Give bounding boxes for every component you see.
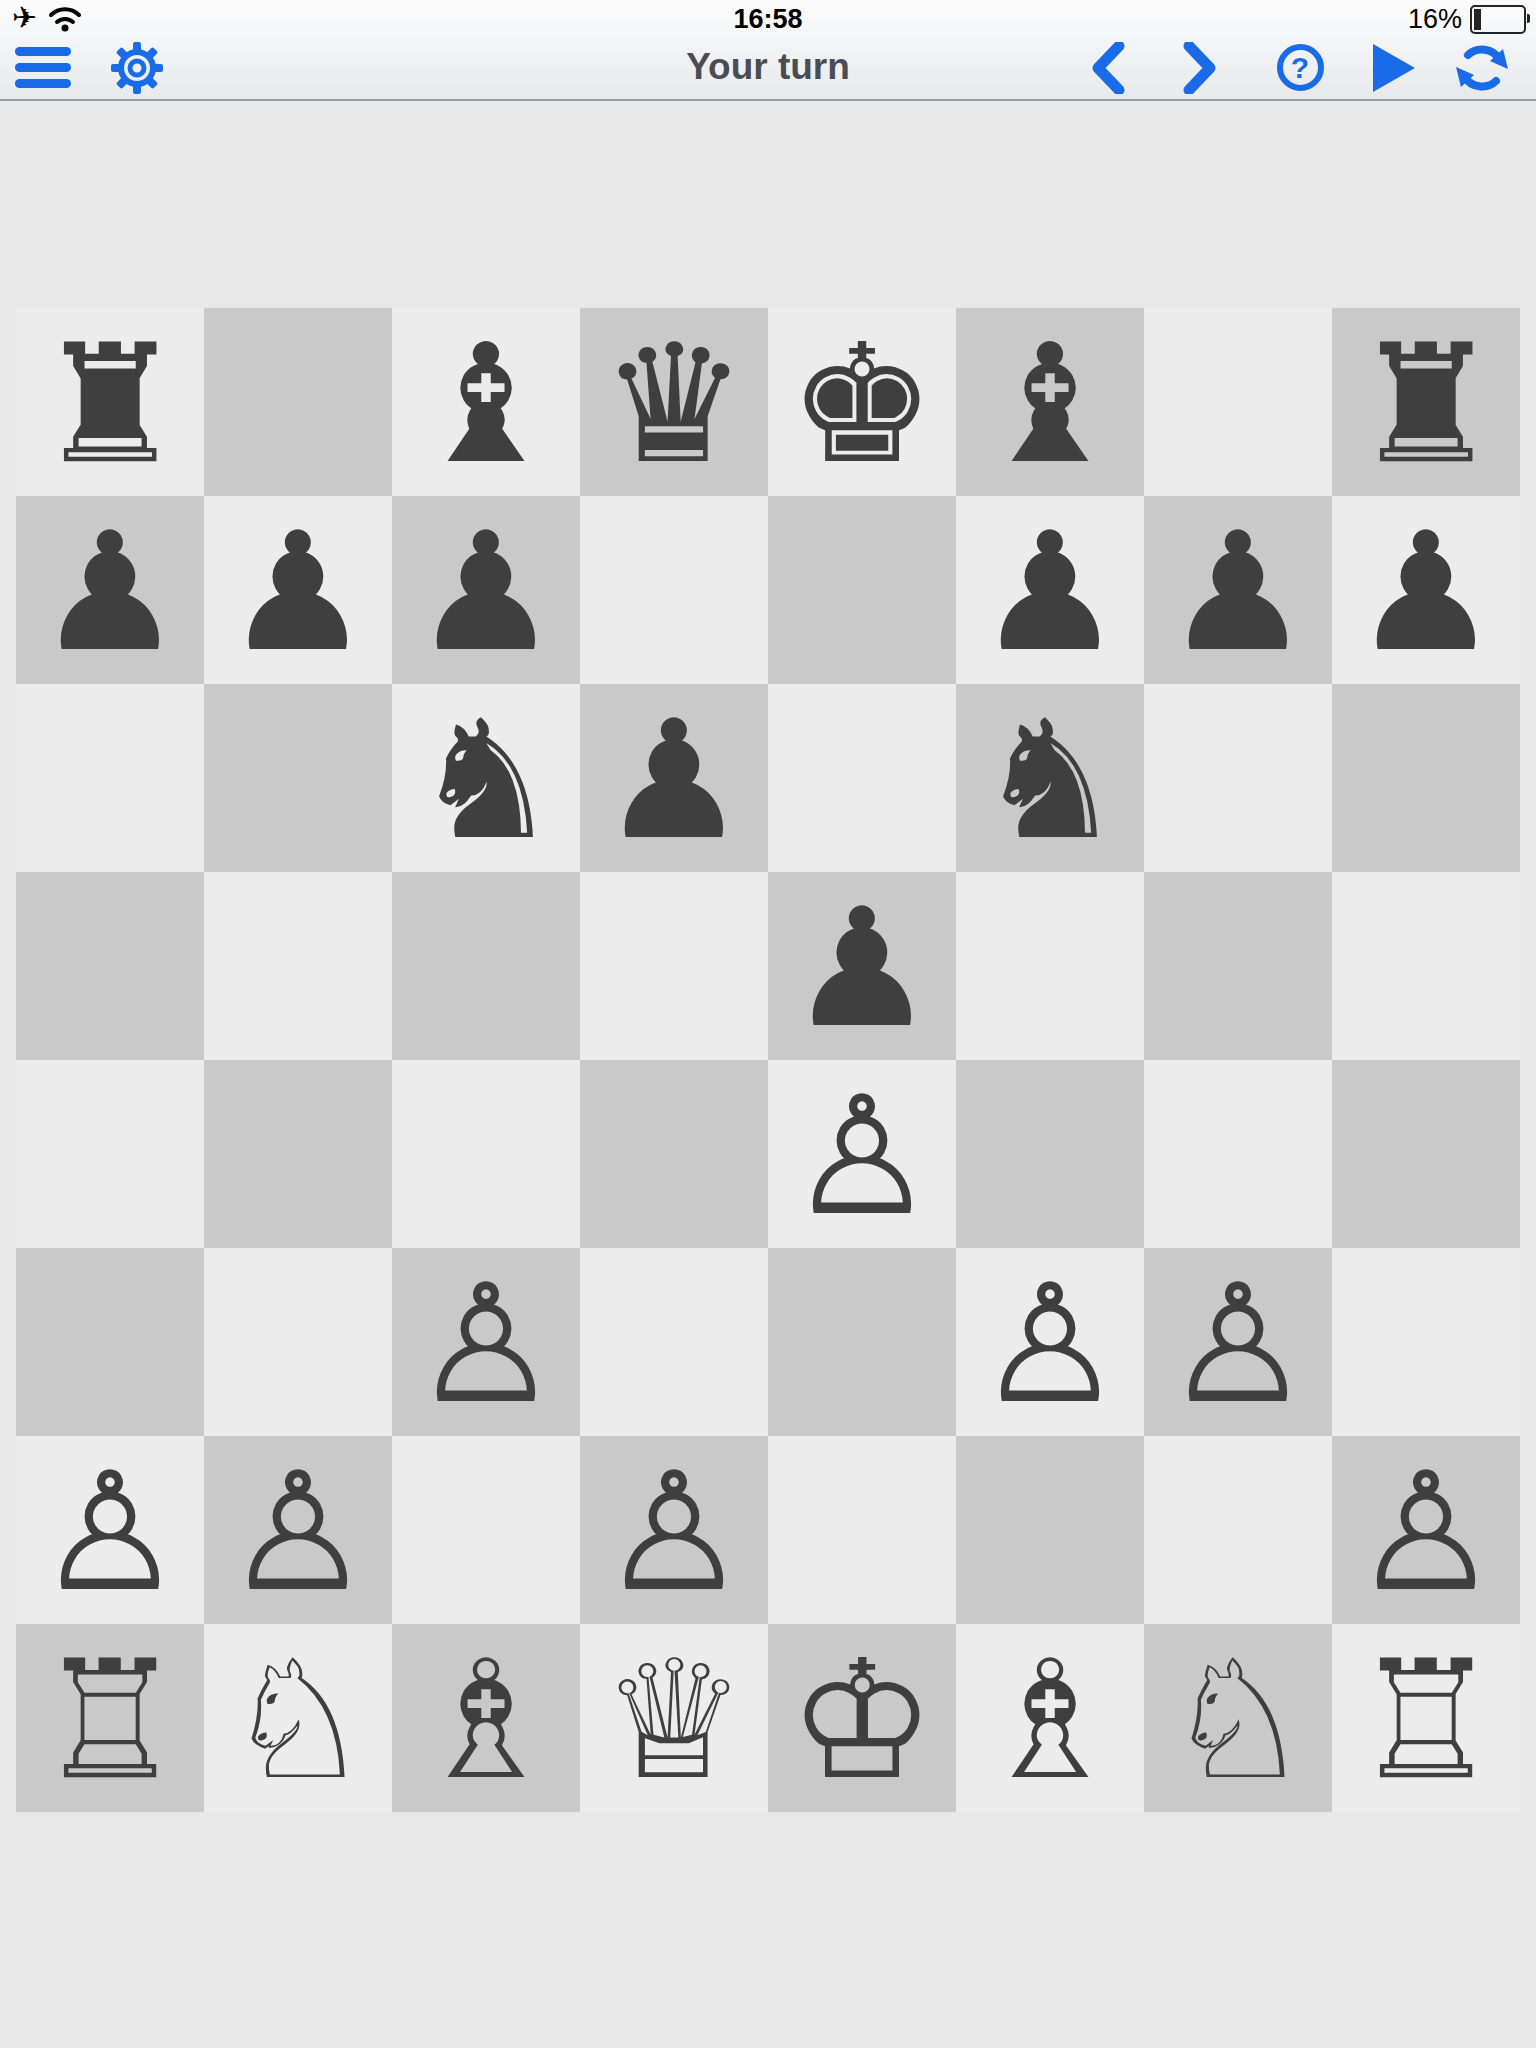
square-c8[interactable]: ♝	[392, 308, 580, 496]
square-e1[interactable]: ♔	[768, 1624, 956, 1812]
square-h5[interactable]	[1332, 872, 1520, 1060]
chess-board: ♜♝♛♚♝♜♟♟♟♟♟♟♞♟♞♟♙♙♙♙♙♙♙♙♖♘♗♕♔♗♘♖	[16, 308, 1520, 1812]
square-c6[interactable]: ♞	[392, 684, 580, 872]
status-time: 16:58	[0, 4, 1536, 35]
refresh-icon	[1454, 41, 1510, 95]
piece-black-pawn: ♟	[600, 690, 747, 872]
square-f3[interactable]: ♙	[956, 1248, 1144, 1436]
square-h8[interactable]: ♜	[1332, 308, 1520, 496]
square-b6[interactable]	[204, 684, 392, 872]
square-b4[interactable]	[204, 1060, 392, 1248]
square-e3[interactable]	[768, 1248, 956, 1436]
square-a6[interactable]	[16, 684, 204, 872]
piece-white-queen: ♕	[600, 1630, 747, 1812]
square-h1[interactable]: ♖	[1332, 1624, 1520, 1812]
piece-black-knight: ♞	[412, 690, 559, 872]
square-f2[interactable]	[956, 1436, 1144, 1624]
new-game-button[interactable]	[1452, 36, 1512, 99]
square-d2[interactable]: ♙	[580, 1436, 768, 1624]
battery-percent: 16%	[1408, 4, 1462, 35]
square-e7[interactable]	[768, 496, 956, 684]
square-c5[interactable]	[392, 872, 580, 1060]
play-icon	[1373, 44, 1415, 92]
square-d4[interactable]	[580, 1060, 768, 1248]
square-d8[interactable]: ♛	[580, 308, 768, 496]
square-a3[interactable]	[16, 1248, 204, 1436]
square-b1[interactable]: ♘	[204, 1624, 392, 1812]
square-c2[interactable]	[392, 1436, 580, 1624]
square-c1[interactable]: ♗	[392, 1624, 580, 1812]
square-d3[interactable]	[580, 1248, 768, 1436]
square-h7[interactable]: ♟	[1332, 496, 1520, 684]
square-g3[interactable]: ♙	[1144, 1248, 1332, 1436]
next-move-button[interactable]	[1174, 36, 1226, 99]
square-a8[interactable]: ♜	[16, 308, 204, 496]
square-f5[interactable]	[956, 872, 1144, 1060]
square-g2[interactable]	[1144, 1436, 1332, 1624]
piece-black-rook: ♜	[36, 314, 183, 496]
piece-black-rook: ♜	[1352, 314, 1499, 496]
square-g8[interactable]	[1144, 308, 1332, 496]
square-h2[interactable]: ♙	[1332, 1436, 1520, 1624]
question-mark-icon: ?	[1277, 44, 1324, 91]
square-b5[interactable]	[204, 872, 392, 1060]
header: ✈ 16:58 16%	[0, 0, 1536, 101]
piece-white-pawn: ♙	[36, 1442, 183, 1624]
piece-black-pawn: ♟	[976, 502, 1123, 684]
square-f6[interactable]: ♞	[956, 684, 1144, 872]
piece-white-pawn: ♙	[1164, 1254, 1311, 1436]
square-h3[interactable]	[1332, 1248, 1520, 1436]
square-a1[interactable]: ♖	[16, 1624, 204, 1812]
chevron-left-icon	[1091, 42, 1125, 94]
square-h6[interactable]	[1332, 684, 1520, 872]
status-bar: ✈ 16:58 16%	[0, 0, 1536, 36]
square-h4[interactable]	[1332, 1060, 1520, 1248]
piece-white-pawn: ♙	[600, 1442, 747, 1624]
square-g4[interactable]	[1144, 1060, 1332, 1248]
square-a4[interactable]	[16, 1060, 204, 1248]
piece-white-pawn: ♙	[224, 1442, 371, 1624]
square-c3[interactable]: ♙	[392, 1248, 580, 1436]
square-b2[interactable]: ♙	[204, 1436, 392, 1624]
square-g6[interactable]	[1144, 684, 1332, 872]
piece-black-bishop: ♝	[412, 314, 559, 496]
square-a2[interactable]: ♙	[16, 1436, 204, 1624]
piece-white-pawn: ♙	[412, 1254, 559, 1436]
square-d6[interactable]: ♟	[580, 684, 768, 872]
piece-black-king: ♚	[788, 314, 935, 496]
square-e6[interactable]	[768, 684, 956, 872]
square-g5[interactable]	[1144, 872, 1332, 1060]
square-e8[interactable]: ♚	[768, 308, 956, 496]
piece-white-rook: ♖	[36, 1630, 183, 1812]
piece-white-rook: ♖	[1352, 1630, 1499, 1812]
piece-black-knight: ♞	[976, 690, 1123, 872]
battery-icon	[1470, 5, 1526, 34]
piece-black-bishop: ♝	[976, 314, 1123, 496]
square-e4[interactable]: ♙	[768, 1060, 956, 1248]
piece-black-pawn: ♟	[412, 502, 559, 684]
piece-white-bishop: ♗	[976, 1630, 1123, 1812]
piece-black-queen: ♛	[600, 314, 747, 496]
square-c4[interactable]	[392, 1060, 580, 1248]
piece-black-pawn: ♟	[224, 502, 371, 684]
square-e2[interactable]	[768, 1436, 956, 1624]
square-g1[interactable]: ♘	[1144, 1624, 1332, 1812]
square-f7[interactable]: ♟	[956, 496, 1144, 684]
piece-black-pawn: ♟	[36, 502, 183, 684]
square-c7[interactable]: ♟	[392, 496, 580, 684]
piece-white-knight: ♘	[224, 1630, 371, 1812]
piece-white-pawn: ♙	[1352, 1442, 1499, 1624]
square-f8[interactable]: ♝	[956, 308, 1144, 496]
square-a7[interactable]: ♟	[16, 496, 204, 684]
play-button[interactable]	[1368, 36, 1420, 99]
nav-bar: Your turn ?	[0, 36, 1536, 99]
piece-black-pawn: ♟	[1164, 502, 1311, 684]
square-g7[interactable]: ♟	[1144, 496, 1332, 684]
square-b3[interactable]	[204, 1248, 392, 1436]
piece-white-bishop: ♗	[412, 1630, 559, 1812]
square-e5[interactable]: ♟	[768, 872, 956, 1060]
chevron-right-icon	[1183, 42, 1217, 94]
piece-white-pawn: ♙	[788, 1066, 935, 1248]
piece-white-king: ♔	[788, 1630, 935, 1812]
hint-button[interactable]: ?	[1272, 36, 1328, 99]
square-d5[interactable]	[580, 872, 768, 1060]
previous-move-button[interactable]	[1082, 36, 1134, 99]
piece-black-pawn: ♟	[1352, 502, 1499, 684]
piece-white-knight: ♘	[1164, 1630, 1311, 1812]
square-f4[interactable]	[956, 1060, 1144, 1248]
square-d7[interactable]	[580, 496, 768, 684]
square-b8[interactable]	[204, 308, 392, 496]
square-a5[interactable]	[16, 872, 204, 1060]
piece-black-pawn: ♟	[788, 878, 935, 1060]
square-f1[interactable]: ♗	[956, 1624, 1144, 1812]
square-d1[interactable]: ♕	[580, 1624, 768, 1812]
square-b7[interactable]: ♟	[204, 496, 392, 684]
piece-white-pawn: ♙	[976, 1254, 1123, 1436]
